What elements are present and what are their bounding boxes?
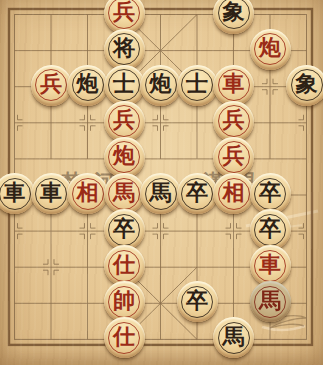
piece-black[interactable]: 象	[286, 65, 323, 106]
piece-black[interactable]: 士	[177, 65, 218, 106]
piece-red[interactable]: 相	[213, 173, 254, 214]
piece-char: 相	[67, 172, 108, 213]
piece-red[interactable]: 炮	[250, 29, 291, 70]
piece-char: 車	[250, 244, 291, 285]
piece-char: 帥	[104, 280, 145, 321]
piece-char: 仕	[104, 244, 145, 285]
piece-black[interactable]: 象	[213, 0, 254, 34]
piece-char: 卒	[104, 208, 145, 249]
piece-char: 兵	[104, 100, 145, 141]
piece-char: 兵	[31, 64, 72, 105]
piece-char: 馬	[104, 172, 145, 213]
piece-char: 炮	[67, 64, 108, 105]
piece-black[interactable]: 車	[31, 173, 72, 214]
piece-char: 馬	[140, 172, 181, 213]
piece-char: 馬	[250, 280, 291, 321]
piece-char: 兵	[213, 136, 254, 177]
piece-char: 炮	[104, 136, 145, 177]
piece-char: 将	[104, 28, 145, 69]
piece-char: 卒	[250, 208, 291, 249]
piece-black[interactable]: 炮	[140, 65, 181, 106]
piece-char: 象	[286, 64, 323, 105]
pieces-layer: 兵象将炮兵炮士炮士車象兵兵炮兵車車相馬馬卒相卒卒卒仕車帥卒馬仕馬	[0, 0, 323, 365]
piece-char: 馬	[213, 316, 254, 357]
piece-char: 炮	[140, 64, 181, 105]
xiangqi-board[interactable]: 楚河 漢界 兵象将炮兵炮士炮士車象兵兵炮兵車車相馬馬卒相卒卒卒仕車帥卒馬仕馬	[0, 0, 323, 365]
piece-char: 兵	[213, 100, 254, 141]
piece-black[interactable]: 卒	[177, 173, 218, 214]
piece-red[interactable]: 馬	[250, 281, 291, 322]
piece-char: 相	[213, 172, 254, 213]
piece-char: 車	[213, 64, 254, 105]
piece-char: 象	[213, 0, 254, 33]
piece-black[interactable]: 卒	[177, 281, 218, 322]
piece-char: 炮	[250, 28, 291, 69]
piece-char: 車	[31, 172, 72, 213]
piece-char: 卒	[177, 280, 218, 321]
piece-char: 士	[104, 64, 145, 105]
piece-red[interactable]: 仕	[104, 317, 145, 358]
piece-char: 士	[177, 64, 218, 105]
piece-black[interactable]: 馬	[140, 173, 181, 214]
piece-red[interactable]: 兵	[31, 65, 72, 106]
piece-char: 卒	[250, 172, 291, 213]
piece-black[interactable]: 馬	[213, 317, 254, 358]
piece-char: 仕	[104, 316, 145, 357]
piece-black[interactable]: 炮	[67, 65, 108, 106]
piece-char: 卒	[177, 172, 218, 213]
piece-red[interactable]: 相	[67, 173, 108, 214]
